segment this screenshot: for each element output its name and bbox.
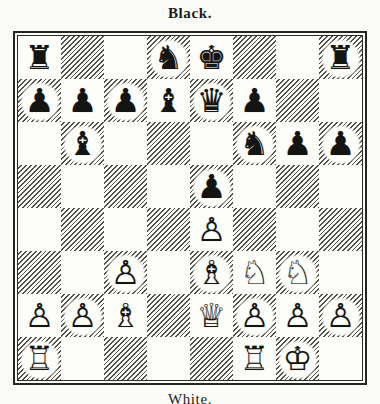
white-pawn-e4: ♙ — [192, 210, 232, 250]
square-f6[interactable]: ♞ — [233, 122, 276, 165]
square-g1[interactable]: ♔ — [276, 337, 319, 380]
black-pawn-a7: ♟ — [20, 81, 60, 121]
white-side-label: White. — [0, 385, 380, 404]
square-e4[interactable]: ♙ — [190, 208, 233, 251]
white-pawn-a2: ♙ — [20, 296, 60, 336]
square-d4[interactable] — [147, 208, 190, 251]
square-b2[interactable]: ♙ — [61, 294, 104, 337]
square-b5[interactable] — [61, 165, 104, 208]
square-c4[interactable] — [104, 208, 147, 251]
square-h8[interactable]: ♜ — [319, 36, 362, 79]
square-d6[interactable] — [147, 122, 190, 165]
white-bishop-e3: ♗ — [192, 253, 232, 293]
square-a4[interactable] — [18, 208, 61, 251]
black-bishop-b6: ♝ — [63, 124, 103, 164]
square-h4[interactable] — [319, 208, 362, 251]
square-b8[interactable] — [61, 36, 104, 79]
square-h5[interactable] — [319, 165, 362, 208]
square-g8[interactable] — [276, 36, 319, 79]
square-c7[interactable]: ♟ — [104, 79, 147, 122]
black-king-e8: ♚ — [192, 38, 232, 78]
white-king-g1: ♔ — [278, 339, 318, 379]
square-d2[interactable] — [147, 294, 190, 337]
square-c8[interactable] — [104, 36, 147, 79]
white-bishop-c2: ♗ — [106, 296, 146, 336]
white-rook-a1: ♖ — [20, 339, 60, 379]
square-d8[interactable]: ♞ — [147, 36, 190, 79]
square-g4[interactable] — [276, 208, 319, 251]
black-queen-e7: ♛ — [192, 81, 232, 121]
square-g2[interactable]: ♙ — [276, 294, 319, 337]
square-a8[interactable]: ♜ — [18, 36, 61, 79]
square-c1[interactable] — [104, 337, 147, 380]
square-b1[interactable] — [61, 337, 104, 380]
square-a1[interactable]: ♖ — [18, 337, 61, 380]
white-queen-e2: ♕ — [192, 296, 232, 336]
square-g5[interactable] — [276, 165, 319, 208]
chess-board: ♜♞♚♜♟♟♟♝♛♟♝♞♟♟♟♙♙♗♘♘♙♙♗♕♙♙♙♖♖♔ — [18, 36, 362, 380]
square-a6[interactable] — [18, 122, 61, 165]
square-a2[interactable]: ♙ — [18, 294, 61, 337]
square-e1[interactable] — [190, 337, 233, 380]
chess-board-border: ♜♞♚♜♟♟♟♝♛♟♝♞♟♟♟♙♙♗♘♘♙♙♗♕♙♙♙♖♖♔ — [17, 35, 363, 381]
diagram-page: Black. ♜♞♚♜♟♟♟♝♛♟♝♞♟♟♟♙♙♗♘♘♙♙♗♕♙♙♙♖♖♔ Wh… — [0, 0, 380, 404]
square-b4[interactable] — [61, 208, 104, 251]
white-pawn-f2: ♙ — [235, 296, 275, 336]
square-h3[interactable] — [319, 251, 362, 294]
white-pawn-h2: ♙ — [321, 296, 361, 336]
chess-board-frame: ♜♞♚♜♟♟♟♝♛♟♝♞♟♟♟♙♙♗♘♘♙♙♗♕♙♙♙♖♖♔ — [13, 31, 367, 385]
square-f3[interactable]: ♘ — [233, 251, 276, 294]
square-f8[interactable] — [233, 36, 276, 79]
square-e8[interactable]: ♚ — [190, 36, 233, 79]
square-f4[interactable] — [233, 208, 276, 251]
square-b3[interactable] — [61, 251, 104, 294]
square-e6[interactable] — [190, 122, 233, 165]
square-g7[interactable] — [276, 79, 319, 122]
square-g3[interactable]: ♘ — [276, 251, 319, 294]
square-b6[interactable]: ♝ — [61, 122, 104, 165]
black-pawn-h6: ♟ — [321, 124, 361, 164]
black-knight-d8: ♞ — [149, 38, 189, 78]
square-d1[interactable] — [147, 337, 190, 380]
square-c2[interactable]: ♗ — [104, 294, 147, 337]
square-c5[interactable] — [104, 165, 147, 208]
square-h6[interactable]: ♟ — [319, 122, 362, 165]
square-d3[interactable] — [147, 251, 190, 294]
square-d5[interactable] — [147, 165, 190, 208]
white-pawn-b2: ♙ — [63, 296, 103, 336]
square-a3[interactable] — [18, 251, 61, 294]
black-side-label: Black. — [0, 0, 380, 22]
black-rook-a8: ♜ — [20, 38, 60, 78]
black-knight-f6: ♞ — [235, 124, 275, 164]
square-e2[interactable]: ♕ — [190, 294, 233, 337]
white-pawn-c3: ♙ — [106, 253, 146, 293]
square-g6[interactable]: ♟ — [276, 122, 319, 165]
square-e3[interactable]: ♗ — [190, 251, 233, 294]
square-c6[interactable] — [104, 122, 147, 165]
square-c3[interactable]: ♙ — [104, 251, 147, 294]
black-rook-h8: ♜ — [321, 38, 361, 78]
black-pawn-c7: ♟ — [106, 81, 146, 121]
square-h1[interactable] — [319, 337, 362, 380]
black-pawn-f7: ♟ — [235, 81, 275, 121]
square-f7[interactable]: ♟ — [233, 79, 276, 122]
black-pawn-b7: ♟ — [63, 81, 103, 121]
white-knight-g3: ♘ — [278, 253, 318, 293]
square-f1[interactable]: ♖ — [233, 337, 276, 380]
black-pawn-g6: ♟ — [278, 124, 318, 164]
white-knight-f3: ♘ — [235, 253, 275, 293]
white-rook-f1: ♖ — [235, 339, 275, 379]
square-f5[interactable] — [233, 165, 276, 208]
black-bishop-d7: ♝ — [149, 81, 189, 121]
square-b7[interactable]: ♟ — [61, 79, 104, 122]
square-f2[interactable]: ♙ — [233, 294, 276, 337]
square-d7[interactable]: ♝ — [147, 79, 190, 122]
square-h7[interactable] — [319, 79, 362, 122]
square-a5[interactable] — [18, 165, 61, 208]
square-a7[interactable]: ♟ — [18, 79, 61, 122]
square-h2[interactable]: ♙ — [319, 294, 362, 337]
black-pawn-e5: ♟ — [192, 167, 232, 207]
square-e7[interactable]: ♛ — [190, 79, 233, 122]
square-e5[interactable]: ♟ — [190, 165, 233, 208]
white-pawn-g2: ♙ — [278, 296, 318, 336]
